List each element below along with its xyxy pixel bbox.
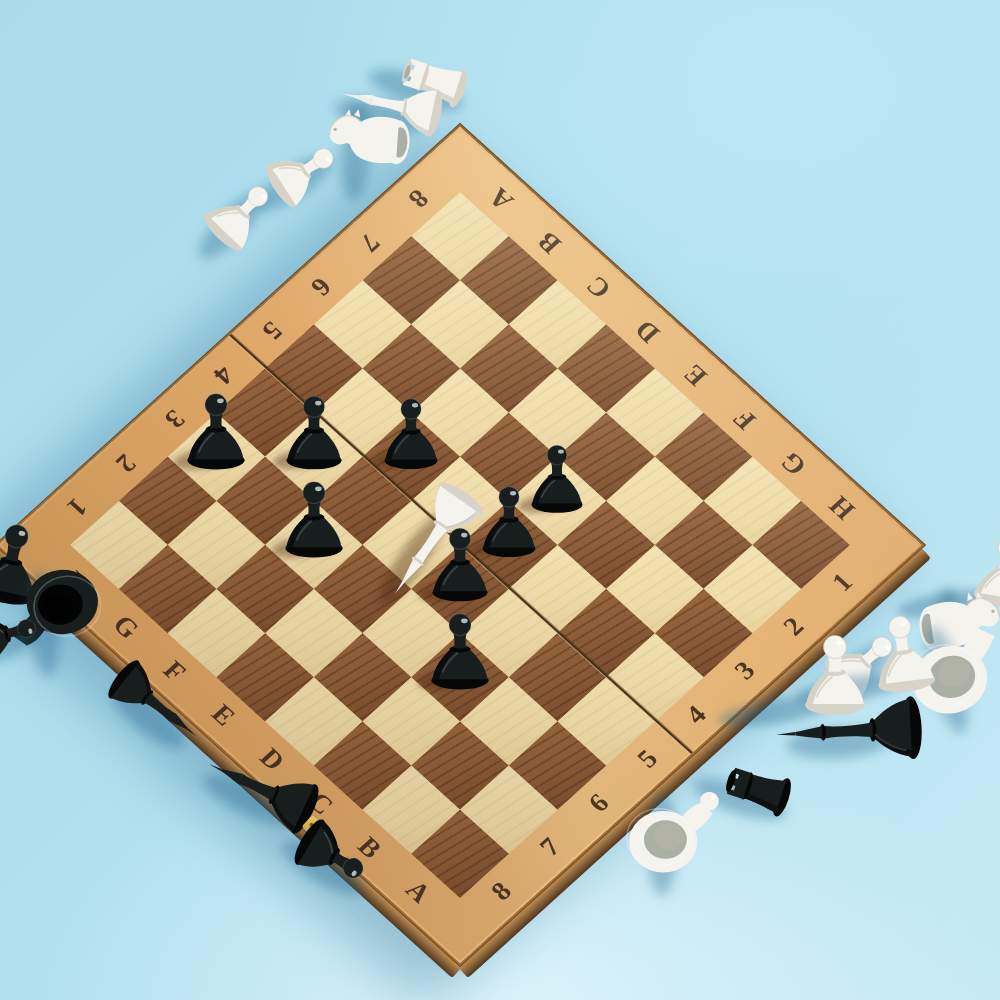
coord-label-text: 2 [109,448,142,478]
coord-label-text: G [107,609,146,644]
coord-label-text: 5 [256,316,289,346]
coord-label-text: H [823,490,862,525]
coord-label-text: B [532,226,569,259]
black-pawn-e4[interactable] [428,526,492,602]
coord-label-text: E [678,358,715,391]
coord-label-text: 6 [304,272,337,302]
coord-label-text: F [727,403,763,435]
chess-scene: ABCDEFGH8172635445362718HGFEDCBA [0,0,1000,1000]
coord-label-text: 4 [207,360,240,390]
coord-label-text: 5 [631,744,664,774]
coord-label-text: G [774,446,813,481]
coord-label-text: 7 [534,832,567,862]
coord-label-text: 1 [826,568,859,598]
coord-label-text: 6 [582,788,615,818]
black-king-right[interactable] [771,691,925,770]
black-pawn-a3[interactable] [183,391,249,470]
black-pawn-c5[interactable] [381,396,442,469]
coord-label-text: 7 [353,227,386,257]
coord-label-text: 4 [680,700,713,730]
white-pawn-bottom[interactable] [619,787,725,879]
white-pawn-right-2[interactable] [865,609,940,696]
coord-label-text: 1 [61,492,94,522]
coord-label-text: 8 [485,876,518,906]
coord-label-text: A [399,874,437,908]
coord-label-text: A [483,181,521,215]
black-pawn-f3[interactable] [427,611,493,690]
black-pawn-c3[interactable] [281,479,347,558]
coord-label-text: C [580,270,618,304]
coord-label-text: 3 [729,656,762,686]
coord-label-text: D [629,314,667,348]
black-pawn-b4[interactable] [282,393,346,469]
coord-label-text: 8 [402,183,435,213]
